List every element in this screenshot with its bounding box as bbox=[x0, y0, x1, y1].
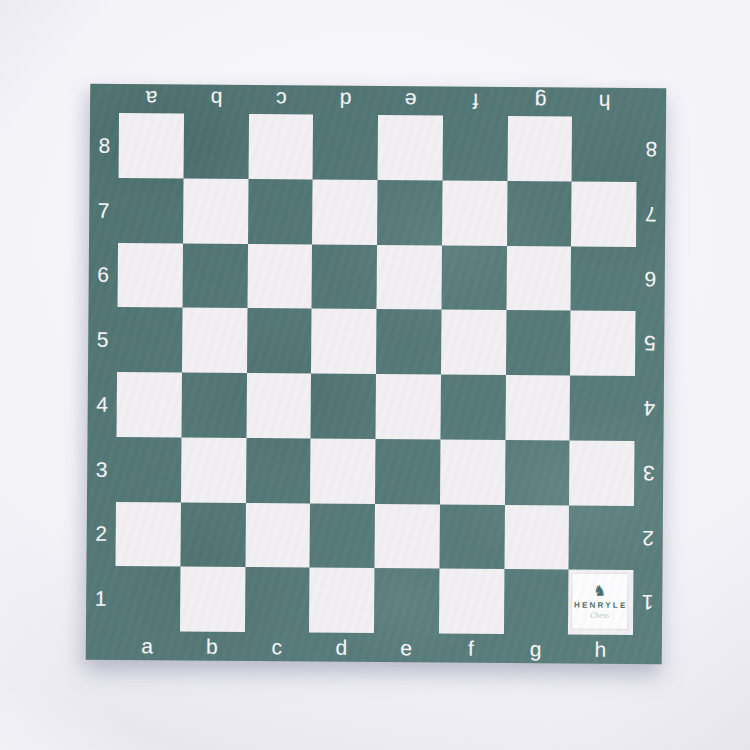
square-a3 bbox=[116, 437, 181, 502]
file-label-bottom-e: e bbox=[374, 633, 439, 663]
square-c2 bbox=[245, 502, 310, 567]
square-f2 bbox=[439, 504, 504, 569]
square-e4 bbox=[375, 374, 440, 439]
photo-background: abcdefgh abcdefgh 87654321 87654321 ♞ HE… bbox=[0, 0, 750, 750]
square-c8 bbox=[248, 114, 313, 179]
knight-icon: ♞ bbox=[593, 583, 607, 598]
rank-labels-right: 87654321 bbox=[633, 117, 666, 635]
square-a6 bbox=[118, 242, 183, 307]
square-d1 bbox=[309, 568, 374, 633]
square-f6 bbox=[441, 245, 506, 310]
square-d8 bbox=[313, 114, 378, 179]
rank-label-right-2: 2 bbox=[633, 506, 663, 571]
file-label-top-a: a bbox=[119, 84, 184, 114]
rank-label-right-7: 7 bbox=[636, 182, 666, 247]
file-label-top-e: e bbox=[378, 86, 443, 116]
file-label-bottom-a: a bbox=[115, 631, 180, 661]
square-a7 bbox=[118, 178, 183, 243]
brand-subtitle: Chess bbox=[590, 611, 609, 619]
file-label-top-b: b bbox=[184, 84, 249, 114]
square-g5 bbox=[505, 310, 570, 375]
file-label-bottom-d: d bbox=[309, 632, 374, 662]
square-b6 bbox=[182, 243, 247, 308]
square-g8 bbox=[507, 116, 572, 181]
square-a1 bbox=[115, 566, 180, 631]
rank-label-left-7: 7 bbox=[89, 177, 119, 242]
square-b2 bbox=[180, 502, 245, 567]
square-b4 bbox=[181, 372, 246, 437]
square-h7 bbox=[571, 181, 636, 246]
square-b5 bbox=[182, 308, 247, 373]
square-g6 bbox=[506, 246, 571, 311]
rank-label-left-3: 3 bbox=[87, 436, 117, 501]
square-f8 bbox=[442, 116, 507, 181]
square-c3 bbox=[245, 438, 310, 503]
square-b7 bbox=[183, 178, 248, 243]
square-a4 bbox=[116, 372, 181, 437]
square-a2 bbox=[115, 501, 180, 566]
square-f1 bbox=[439, 569, 504, 634]
rank-label-left-2: 2 bbox=[86, 501, 116, 566]
square-e5 bbox=[376, 309, 441, 374]
rank-label-right-8: 8 bbox=[637, 117, 667, 182]
square-h3 bbox=[569, 440, 634, 505]
square-f3 bbox=[440, 439, 505, 504]
rank-label-left-5: 5 bbox=[88, 307, 118, 372]
square-a5 bbox=[117, 307, 182, 372]
square-c4 bbox=[246, 373, 311, 438]
file-label-top-h: h bbox=[572, 88, 637, 118]
file-label-bottom-g: g bbox=[503, 634, 568, 664]
square-b1 bbox=[180, 567, 245, 632]
rank-label-right-4: 4 bbox=[634, 376, 664, 441]
file-label-bottom-c: c bbox=[244, 632, 309, 662]
file-label-top-g: g bbox=[508, 87, 573, 117]
file-label-top-d: d bbox=[313, 86, 378, 116]
square-d2 bbox=[310, 503, 375, 568]
rank-labels-left: 87654321 bbox=[86, 113, 119, 631]
file-label-bottom-f: f bbox=[438, 634, 503, 664]
square-g3 bbox=[504, 440, 569, 505]
square-d4 bbox=[311, 373, 376, 438]
square-d7 bbox=[312, 179, 377, 244]
square-c7 bbox=[248, 179, 313, 244]
square-c5 bbox=[247, 308, 312, 373]
brand-name: HENRYLE bbox=[574, 600, 627, 609]
square-h8 bbox=[572, 117, 637, 182]
square-d3 bbox=[310, 438, 375, 503]
square-a8 bbox=[119, 113, 184, 178]
chess-board bbox=[115, 113, 637, 635]
rank-label-right-6: 6 bbox=[636, 247, 666, 312]
brand-logo: ♞ HENRYLE Chess bbox=[571, 573, 628, 630]
square-h5 bbox=[570, 311, 635, 376]
square-e7 bbox=[377, 180, 442, 245]
square-d6 bbox=[312, 244, 377, 309]
square-h2 bbox=[569, 505, 634, 570]
square-f7 bbox=[442, 180, 507, 245]
square-f4 bbox=[440, 375, 505, 440]
square-g1 bbox=[503, 569, 568, 634]
rank-label-right-1: 1 bbox=[633, 570, 663, 635]
rank-label-right-3: 3 bbox=[634, 441, 664, 506]
square-b3 bbox=[181, 437, 246, 502]
file-labels-bottom: abcdefgh bbox=[115, 631, 633, 664]
file-label-bottom-h: h bbox=[568, 635, 633, 665]
square-e1 bbox=[374, 568, 439, 633]
file-label-bottom-b: b bbox=[179, 631, 244, 661]
square-e2 bbox=[374, 503, 439, 568]
square-c1 bbox=[244, 567, 309, 632]
rank-label-left-8: 8 bbox=[90, 113, 120, 178]
rank-label-left-6: 6 bbox=[89, 242, 119, 307]
rank-label-left-4: 4 bbox=[88, 372, 118, 437]
file-label-top-f: f bbox=[443, 87, 508, 117]
square-g4 bbox=[505, 375, 570, 440]
square-h6 bbox=[571, 246, 636, 311]
file-label-top-c: c bbox=[249, 85, 314, 115]
square-b8 bbox=[183, 113, 248, 178]
rank-label-right-5: 5 bbox=[635, 311, 665, 376]
square-g7 bbox=[507, 181, 572, 246]
square-d5 bbox=[311, 309, 376, 374]
square-g2 bbox=[504, 505, 569, 570]
square-e8 bbox=[378, 115, 443, 180]
square-f5 bbox=[441, 310, 506, 375]
square-e6 bbox=[377, 245, 442, 310]
chess-mat: abcdefgh abcdefgh 87654321 87654321 ♞ HE… bbox=[86, 84, 667, 665]
square-h4 bbox=[570, 376, 635, 441]
rank-label-left-1: 1 bbox=[86, 566, 116, 631]
square-c6 bbox=[247, 243, 312, 308]
file-labels-top: abcdefgh bbox=[119, 84, 637, 117]
square-e3 bbox=[375, 439, 440, 504]
